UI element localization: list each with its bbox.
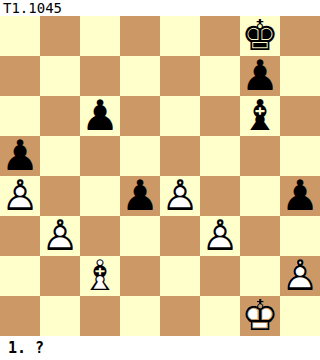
square-g4[interactable] [240,176,280,216]
white-pawn-fill: ♟ [280,256,320,296]
white-king: ♔ [240,296,280,336]
square-a6[interactable] [0,96,40,136]
square-f1[interactable] [200,296,240,336]
square-h3[interactable] [280,216,320,256]
square-b4[interactable] [40,176,80,216]
square-d6[interactable] [120,96,160,136]
square-b6[interactable] [40,96,80,136]
square-d2[interactable] [120,256,160,296]
square-e3[interactable] [160,216,200,256]
square-e8[interactable] [160,16,200,56]
square-c6[interactable]: ♟ [80,96,120,136]
square-c7[interactable] [80,56,120,96]
white-pawn: ♙ [160,176,200,216]
white-pawn: ♙ [0,176,40,216]
square-g1[interactable]: ♚♔ [240,296,280,336]
black-pawn: ♟ [120,176,160,216]
square-h1[interactable] [280,296,320,336]
square-f4[interactable] [200,176,240,216]
square-h2[interactable]: ♟♙ [280,256,320,296]
square-b5[interactable] [40,136,80,176]
square-h6[interactable] [280,96,320,136]
black-pawn: ♟ [80,96,120,136]
square-h5[interactable] [280,136,320,176]
square-d1[interactable] [120,296,160,336]
square-g5[interactable] [240,136,280,176]
square-f7[interactable] [200,56,240,96]
square-c5[interactable] [80,136,120,176]
square-a3[interactable] [0,216,40,256]
square-h4[interactable]: ♟ [280,176,320,216]
square-e1[interactable] [160,296,200,336]
square-c3[interactable] [80,216,120,256]
white-bishop: ♗ [80,256,120,296]
white-pawn: ♙ [40,216,80,256]
square-e7[interactable] [160,56,200,96]
square-d5[interactable] [120,136,160,176]
square-h7[interactable] [280,56,320,96]
black-pawn: ♟ [0,136,40,176]
square-f8[interactable] [200,16,240,56]
white-bishop-fill: ♝ [80,256,120,296]
square-d8[interactable] [120,16,160,56]
black-bishop: ♝ [240,96,280,136]
white-king-fill: ♚ [240,296,280,336]
square-a4[interactable]: ♟♙ [0,176,40,216]
square-a8[interactable] [0,16,40,56]
square-e2[interactable] [160,256,200,296]
square-f2[interactable] [200,256,240,296]
square-g2[interactable] [240,256,280,296]
square-b3[interactable]: ♟♙ [40,216,80,256]
white-pawn: ♙ [200,216,240,256]
square-e5[interactable] [160,136,200,176]
square-e6[interactable] [160,96,200,136]
square-a7[interactable] [0,56,40,96]
square-b8[interactable] [40,16,80,56]
square-g7[interactable]: ♟ [240,56,280,96]
square-c4[interactable] [80,176,120,216]
square-a5[interactable]: ♟ [0,136,40,176]
diagram-title: T1.1045 [3,0,62,16]
square-b7[interactable] [40,56,80,96]
black-pawn: ♟ [280,176,320,216]
square-b2[interactable] [40,256,80,296]
square-c8[interactable] [80,16,120,56]
square-e4[interactable]: ♟♙ [160,176,200,216]
white-pawn-fill: ♟ [200,216,240,256]
white-pawn-fill: ♟ [40,216,80,256]
square-c2[interactable]: ♝♗ [80,256,120,296]
chess-board: ♚♟♟♝♟♟♙♟♟♙♟♟♙♟♙♝♗♟♙♚♔ [0,16,320,336]
square-f6[interactable] [200,96,240,136]
white-pawn-fill: ♟ [160,176,200,216]
move-prompt: 1. ? [8,338,44,358]
black-king: ♚ [240,16,280,56]
square-a2[interactable] [0,256,40,296]
square-g6[interactable]: ♝ [240,96,280,136]
square-d3[interactable] [120,216,160,256]
square-g8[interactable]: ♚ [240,16,280,56]
white-pawn: ♙ [280,256,320,296]
square-f5[interactable] [200,136,240,176]
square-d4[interactable]: ♟ [120,176,160,216]
white-pawn-fill: ♟ [0,176,40,216]
square-c1[interactable] [80,296,120,336]
square-b1[interactable] [40,296,80,336]
square-g3[interactable] [240,216,280,256]
black-pawn: ♟ [240,56,280,96]
square-h8[interactable] [280,16,320,56]
square-f3[interactable]: ♟♙ [200,216,240,256]
square-d7[interactable] [120,56,160,96]
square-a1[interactable] [0,296,40,336]
